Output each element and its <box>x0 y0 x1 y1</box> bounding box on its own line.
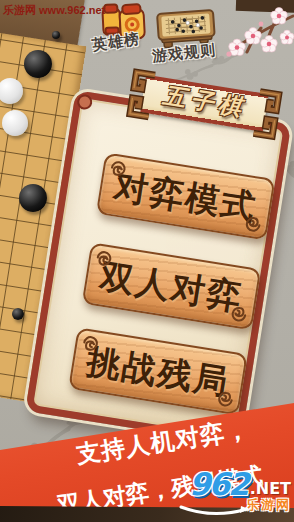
watermark-text: 乐游网 www.962.net <box>3 3 105 18</box>
wood-curl-icon <box>94 248 115 269</box>
wood-curl-icon <box>215 389 236 410</box>
endgame-challenge-button-label: 挑战残局 <box>84 343 232 399</box>
wood-curl-icon <box>80 333 101 354</box>
logo-swoosh-icon <box>179 504 253 519</box>
wood-curl-icon <box>229 304 250 325</box>
leaderboard-button-label: 英雄榜 <box>91 31 141 55</box>
play-mode-button-label: 对弈模式 <box>112 168 260 224</box>
rules-button[interactable]: 游戏规则 <box>150 5 220 65</box>
site-logo: 962 .NET 乐游网 <box>177 471 291 521</box>
site-logo-domain: .NET <box>250 480 291 498</box>
wood-curl-icon <box>243 214 264 235</box>
app-screen: 五子棋 对弈模式 双人对弈 挑战残局 <box>0 0 294 522</box>
site-logo-number: 962 <box>189 471 248 498</box>
wood-curl-icon <box>108 158 129 179</box>
two-player-button-label: 双人对弈 <box>98 258 246 314</box>
